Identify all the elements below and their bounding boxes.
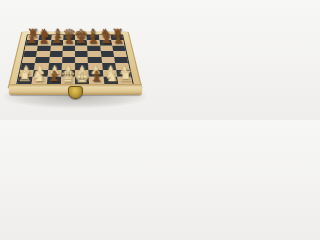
- square-b2[interactable]: ♟: [33, 70, 48, 77]
- square-d2[interactable]: ♟: [61, 70, 75, 77]
- board-perspective-wrapper: ♜♞♝♛♚♝♞♜♟♟♟♟♟♟♟♟♟♟♟♟♟♟♟♟♜♞♝♛♚♝♞♜: [7, 32, 142, 89]
- square-f1[interactable]: ♝: [89, 77, 104, 84]
- square-a1[interactable]: ♜: [18, 77, 34, 84]
- chess-board: ♜♞♝♛♚♝♞♜♟♟♟♟♟♟♟♟♟♟♟♟♟♟♟♟♜♞♝♛♚♝♞♜: [16, 34, 134, 84]
- square-g2[interactable]: ♟: [102, 70, 117, 77]
- square-e2[interactable]: ♟: [75, 70, 89, 77]
- square-a2[interactable]: ♟: [19, 70, 34, 77]
- square-d1[interactable]: ♛: [61, 77, 75, 84]
- piece-black-rook: ♜: [107, 27, 128, 40]
- square-g1[interactable]: ♞: [103, 77, 118, 84]
- chess-board-case: ♜♞♝♛♚♝♞♜♟♟♟♟♟♟♟♟♟♟♟♟♟♟♟♟♜♞♝♛♚♝♞♜: [7, 32, 142, 89]
- square-c1[interactable]: ♝: [46, 77, 61, 84]
- square-f2[interactable]: ♟: [89, 70, 103, 77]
- square-c2[interactable]: ♟: [47, 70, 61, 77]
- square-b1[interactable]: ♞: [32, 77, 47, 84]
- chess-set-photo: ♜♞♝♛♚♝♞♜♟♟♟♟♟♟♟♟♟♟♟♟♟♟♟♟♜♞♝♛♚♝♞♜: [0, 0, 150, 120]
- square-h1[interactable]: ♜: [117, 77, 133, 84]
- brass-clasp-icon: [68, 86, 83, 99]
- square-h2[interactable]: ♟: [116, 70, 131, 77]
- square-e1[interactable]: ♚: [75, 77, 89, 84]
